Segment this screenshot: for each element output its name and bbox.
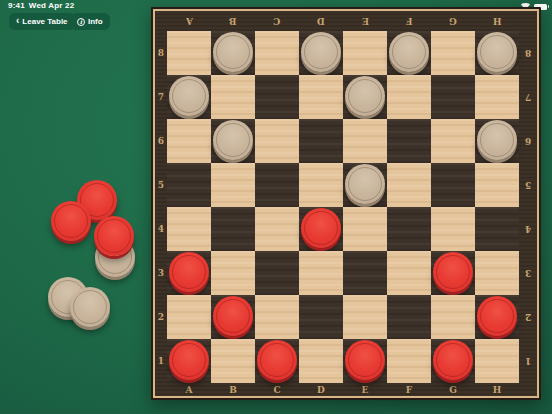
rank-label-left-4: 4 [155,207,167,251]
file-label-bottom-c: C [255,383,299,396]
status-time-date: 9:41Wed Apr 22 [8,1,74,10]
square-e7[interactable] [343,75,387,119]
rank-label-right-7: 7 [519,75,537,119]
square-g4[interactable] [431,207,475,251]
checker-piece-tan[interactable] [389,32,429,72]
file-label-bottom-h: H [475,383,519,396]
captured-checker-red [94,216,134,256]
file-label-bottom-f: F [387,383,431,396]
checker-piece-tan[interactable] [213,32,253,72]
file-label-top-b: B [211,11,255,31]
checker-piece-red[interactable] [433,252,473,292]
rank-label-left-5: 5 [155,163,167,207]
info-icon: i [77,18,85,26]
info-label: Info [88,17,103,26]
frame-corner [155,383,167,396]
square-h5[interactable] [475,163,519,207]
rank-label-right-8: 8 [519,31,537,75]
captured-checker-tan [70,287,110,327]
file-label-bottom-d: D [299,383,343,396]
square-a5[interactable] [167,163,211,207]
rank-label-right-4: 4 [519,207,537,251]
status-date: Wed Apr 22 [29,1,75,10]
square-b6[interactable] [211,119,255,163]
checker-piece-tan[interactable] [345,76,385,116]
square-h3[interactable] [475,251,519,295]
checker-piece-red[interactable] [213,296,253,336]
square-f5[interactable] [387,163,431,207]
file-label-top-e: E [343,11,387,31]
square-c4[interactable] [255,207,299,251]
rank-label-left-6: 6 [155,119,167,163]
file-label-bottom-b: B [211,383,255,396]
square-e5[interactable] [343,163,387,207]
chevron-left-icon: ‹ [16,16,19,26]
square-h4[interactable] [475,207,519,251]
square-a1[interactable] [167,339,211,383]
file-label-top-c: C [255,11,299,31]
checkers-board: ABCDEFGH8877665544332211ABCDEFGH [151,7,541,400]
file-label-bottom-g: G [431,383,475,396]
square-c5[interactable] [255,163,299,207]
square-a7[interactable] [167,75,211,119]
file-label-top-d: D [299,11,343,31]
file-label-top-h: H [475,11,519,31]
square-d1[interactable] [299,339,343,383]
square-b3[interactable] [211,251,255,295]
board-frame: ABCDEFGH8877665544332211ABCDEFGH [155,11,537,396]
rank-label-right-3: 3 [519,251,537,295]
square-c2[interactable] [255,295,299,339]
file-label-top-f: F [387,11,431,31]
frame-corner [519,383,537,396]
game-table: 9:41Wed Apr 22 ‹ Leave Table i Info ABCD… [0,0,552,414]
rank-label-left-8: 8 [155,31,167,75]
square-a4[interactable] [167,207,211,251]
square-c8[interactable] [255,31,299,75]
square-d2[interactable] [299,295,343,339]
square-c1[interactable] [255,339,299,383]
square-f8[interactable] [387,31,431,75]
file-label-top-a: A [167,11,211,31]
square-h2[interactable] [475,295,519,339]
square-f3[interactable] [387,251,431,295]
square-g5[interactable] [431,163,475,207]
square-f7[interactable] [387,75,431,119]
rank-label-right-1: 1 [519,339,537,383]
square-g3[interactable] [431,251,475,295]
rank-label-left-2: 2 [155,295,167,339]
checker-piece-red[interactable] [257,340,297,380]
square-a8[interactable] [167,31,211,75]
checker-piece-red[interactable] [345,340,385,380]
checker-piece-tan[interactable] [213,120,253,160]
square-a6[interactable] [167,119,211,163]
square-g6[interactable] [431,119,475,163]
square-b4[interactable] [211,207,255,251]
square-d5[interactable] [299,163,343,207]
square-b7[interactable] [211,75,255,119]
square-b5[interactable] [211,163,255,207]
checker-piece-red[interactable] [169,340,209,380]
square-e3[interactable] [343,251,387,295]
square-g1[interactable] [431,339,475,383]
file-label-bottom-a: A [167,383,211,396]
square-f4[interactable] [387,207,431,251]
square-d8[interactable] [299,31,343,75]
leave-table-button[interactable]: ‹ Leave Table [9,13,75,30]
square-e8[interactable] [343,31,387,75]
square-f6[interactable] [387,119,431,163]
frame-corner [519,11,537,31]
rank-label-right-6: 6 [519,119,537,163]
square-c3[interactable] [255,251,299,295]
square-c6[interactable] [255,119,299,163]
rank-label-left-7: 7 [155,75,167,119]
square-g2[interactable] [431,295,475,339]
file-label-top-g: G [431,11,475,31]
checker-piece-tan[interactable] [477,32,517,72]
square-g8[interactable] [431,31,475,75]
square-b2[interactable] [211,295,255,339]
square-d6[interactable] [299,119,343,163]
checker-piece-red[interactable] [433,340,473,380]
captured-checker-red [51,201,91,241]
square-e6[interactable] [343,119,387,163]
square-e4[interactable] [343,207,387,251]
square-b1[interactable] [211,339,255,383]
info-button[interactable]: i Info [70,13,110,30]
rank-label-left-3: 3 [155,251,167,295]
square-c7[interactable] [255,75,299,119]
checker-piece-red[interactable] [301,208,341,248]
square-d4[interactable] [299,207,343,251]
checker-piece-red[interactable] [169,252,209,292]
checker-piece-red[interactable] [477,296,517,336]
square-a2[interactable] [167,295,211,339]
square-f1[interactable] [387,339,431,383]
checker-piece-tan[interactable] [345,164,385,204]
rank-label-right-2: 2 [519,295,537,339]
leave-table-label: Leave Table [22,17,67,26]
square-g7[interactable] [431,75,475,119]
rank-label-left-1: 1 [155,339,167,383]
board-rim: ABCDEFGH8877665544332211ABCDEFGH [153,9,539,398]
file-label-bottom-e: E [343,383,387,396]
square-h1[interactable] [475,339,519,383]
square-e2[interactable] [343,295,387,339]
status-time: 9:41 [8,1,25,10]
square-h7[interactable] [475,75,519,119]
frame-corner [155,11,167,31]
square-e1[interactable] [343,339,387,383]
square-f2[interactable] [387,295,431,339]
checker-piece-tan[interactable] [477,120,517,160]
square-d3[interactable] [299,251,343,295]
square-d7[interactable] [299,75,343,119]
square-b8[interactable] [211,31,255,75]
square-h6[interactable] [475,119,519,163]
checker-piece-tan[interactable] [301,32,341,72]
square-h8[interactable] [475,31,519,75]
square-a3[interactable] [167,251,211,295]
checker-piece-tan[interactable] [169,76,209,116]
rank-label-right-5: 5 [519,163,537,207]
